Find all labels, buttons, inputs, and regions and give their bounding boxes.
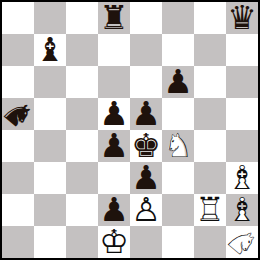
white-piece-outline-glyph: ♘ [219,219,264,260]
square-b2[interactable] [34,194,66,226]
square-a2[interactable] [2,194,34,226]
square-a4[interactable] [2,130,34,162]
square-h8[interactable]: ♛ [226,2,258,34]
white-piece-outline-glyph: ♗ [226,162,258,194]
square-d6[interactable] [98,66,130,98]
square-e3[interactable]: ♟ [130,162,162,194]
square-d3[interactable] [98,162,130,194]
square-c6[interactable] [66,66,98,98]
square-h7[interactable] [226,34,258,66]
square-c7[interactable] [66,34,98,66]
square-e2[interactable]: ♟♙ [130,194,162,226]
black-piece-glyph: ♝ [34,34,66,66]
black-piece-glyph: ♟ [98,130,130,162]
square-a3[interactable] [2,162,34,194]
black-piece-glyph: ♟ [98,98,130,130]
square-f6[interactable]: ♟ [162,66,194,98]
square-f5[interactable] [162,98,194,130]
white-piece-outline-glyph: ♘ [162,130,194,162]
black-piece-glyph: ♟ [130,162,162,194]
black-piece-glyph: ♟ [98,194,130,226]
square-e6[interactable] [130,66,162,98]
square-g4[interactable] [194,130,226,162]
piece-white-king-d1[interactable]: ♚♔ [98,226,130,258]
chess-board: ♜♛♝♟♞♟♟♟♚♞♘♟♝♗♟♟♙♜♖♝♗♚♔♞♘ [0,0,260,260]
square-d5[interactable]: ♟ [98,98,130,130]
piece-white-knight-f4[interactable]: ♞♘ [162,130,194,162]
square-f7[interactable] [162,34,194,66]
square-h6[interactable] [226,66,258,98]
white-piece-outline-glyph: ♙ [130,194,162,226]
piece-black-pawn-e3[interactable]: ♟ [130,162,162,194]
square-d7[interactable] [98,34,130,66]
square-b6[interactable] [34,66,66,98]
black-piece-glyph: ♟ [162,66,194,98]
piece-black-bishop-b7[interactable]: ♝ [34,34,66,66]
square-d8[interactable]: ♜ [98,2,130,34]
piece-white-bishop-h3[interactable]: ♝♗ [226,162,258,194]
piece-black-rook-d8[interactable]: ♜ [98,2,130,34]
square-c8[interactable] [66,2,98,34]
black-piece-glyph: ♛ [226,2,258,34]
white-piece-fill-glyph: ♜ [194,194,226,226]
square-h5[interactable] [226,98,258,130]
square-h1[interactable]: ♞♘ [226,226,258,258]
black-piece-glyph: ♚ [130,130,162,162]
square-e1[interactable] [130,226,162,258]
piece-black-queen-h8[interactable]: ♛ [226,2,258,34]
square-f8[interactable] [162,2,194,34]
square-d4[interactable]: ♟ [98,130,130,162]
square-a8[interactable] [2,2,34,34]
square-h4[interactable] [226,130,258,162]
white-piece-fill-glyph: ♚ [98,226,130,258]
square-b7[interactable]: ♝ [34,34,66,66]
square-b1[interactable] [34,226,66,258]
square-a1[interactable] [2,226,34,258]
square-g3[interactable] [194,162,226,194]
square-b3[interactable] [34,162,66,194]
square-a7[interactable] [2,34,34,66]
square-f4[interactable]: ♞♘ [162,130,194,162]
piece-white-nightrider-h1[interactable]: ♞♘ [219,219,264,260]
white-piece-fill-glyph: ♝ [226,162,258,194]
piece-black-pawn-f6[interactable]: ♟ [162,66,194,98]
white-piece-outline-glyph: ♔ [98,226,130,258]
piece-black-pawn-d5[interactable]: ♟ [98,98,130,130]
black-piece-glyph: ♟ [130,98,162,130]
piece-white-rook-g2[interactable]: ♜♖ [194,194,226,226]
square-h3[interactable]: ♝♗ [226,162,258,194]
piece-black-pawn-e5[interactable]: ♟ [130,98,162,130]
white-piece-fill-glyph: ♟ [130,194,162,226]
square-g6[interactable] [194,66,226,98]
square-c2[interactable] [66,194,98,226]
square-d1[interactable]: ♚♔ [98,226,130,258]
square-e5[interactable]: ♟ [130,98,162,130]
square-b4[interactable] [34,130,66,162]
square-e4[interactable]: ♚ [130,130,162,162]
square-g2[interactable]: ♜♖ [194,194,226,226]
square-d2[interactable]: ♟ [98,194,130,226]
white-piece-fill-glyph: ♞ [162,130,194,162]
square-f1[interactable] [162,226,194,258]
square-c5[interactable] [66,98,98,130]
piece-black-pawn-d2[interactable]: ♟ [98,194,130,226]
square-g7[interactable] [194,34,226,66]
square-b5[interactable] [34,98,66,130]
square-b8[interactable] [34,2,66,34]
square-g5[interactable] [194,98,226,130]
square-f3[interactable] [162,162,194,194]
square-g8[interactable] [194,2,226,34]
piece-black-pawn-d4[interactable]: ♟ [98,130,130,162]
square-c4[interactable] [66,130,98,162]
black-piece-glyph: ♜ [98,2,130,34]
square-f2[interactable] [162,194,194,226]
square-c3[interactable] [66,162,98,194]
piece-black-king-e4[interactable]: ♚ [130,130,162,162]
square-a5[interactable]: ♞ [2,98,34,130]
white-piece-fill-glyph: ♞ [219,219,264,260]
square-e7[interactable] [130,34,162,66]
square-c1[interactable] [66,226,98,258]
piece-white-pawn-e2[interactable]: ♟♙ [130,194,162,226]
white-piece-outline-glyph: ♖ [194,194,226,226]
square-e8[interactable] [130,2,162,34]
